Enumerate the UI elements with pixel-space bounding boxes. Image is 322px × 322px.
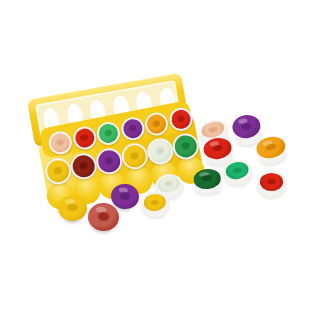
egg-shell-maroon_pink xyxy=(87,202,120,233)
egg-top-purple xyxy=(96,148,122,174)
egg-shape-mark xyxy=(181,142,190,150)
egg-shape-mark xyxy=(97,212,109,221)
egg-top-orange xyxy=(146,113,168,135)
egg-top-peach xyxy=(49,132,71,154)
egg-shape-mark xyxy=(130,152,139,160)
egg-shape-mark xyxy=(232,167,242,174)
egg-shape-mark xyxy=(267,179,276,184)
egg-shape-mark xyxy=(177,115,185,122)
egg-shape-mark xyxy=(119,192,131,201)
egg-shape-mark xyxy=(212,144,224,152)
egg-shape-mark xyxy=(240,122,252,131)
product-photo-scene xyxy=(0,0,322,322)
egg-shape-mark xyxy=(202,175,213,182)
egg-interior-red xyxy=(260,173,283,191)
egg-top-red xyxy=(170,108,192,130)
egg-shape-mark xyxy=(104,130,112,137)
egg-top-purple xyxy=(122,118,144,140)
egg-shape-mark xyxy=(80,134,88,141)
egg-top-red xyxy=(73,127,95,149)
egg-shape-mark xyxy=(56,139,64,146)
egg-shape-mark xyxy=(104,157,113,165)
egg-shell-yellow xyxy=(58,195,87,221)
loose-piece-yellow-bowl[interactable] xyxy=(140,191,170,218)
loose-piece-green-bowl[interactable] xyxy=(221,158,254,188)
egg-top-pale_mint xyxy=(147,138,173,164)
egg-shape-mark xyxy=(67,204,78,212)
loose-piece-orange-dome[interactable] xyxy=(254,134,290,167)
egg-shape-mark xyxy=(79,162,88,170)
egg-shape-mark xyxy=(164,181,173,188)
egg-shape-mark xyxy=(155,147,164,155)
egg-shape-mark xyxy=(208,126,218,133)
egg-shape-mark xyxy=(150,199,159,205)
egg-top-yellow xyxy=(122,143,148,169)
egg-top-yellow xyxy=(45,158,71,184)
egg-top-mint xyxy=(97,122,119,144)
loose-piece-red-bowl[interactable] xyxy=(257,171,286,197)
egg-shape-mark xyxy=(153,120,161,127)
loose-piece-yellow-egg[interactable] xyxy=(58,195,87,221)
egg-top-maroon xyxy=(71,153,97,179)
egg-shape-mark xyxy=(53,167,62,175)
loose-piece-maroon-egg[interactable] xyxy=(87,202,120,233)
egg-top-green xyxy=(173,134,199,160)
egg-shape-mark xyxy=(265,143,277,152)
loose-piece-dark-green-dome[interactable] xyxy=(192,168,223,196)
egg-shape-mark xyxy=(129,125,137,132)
